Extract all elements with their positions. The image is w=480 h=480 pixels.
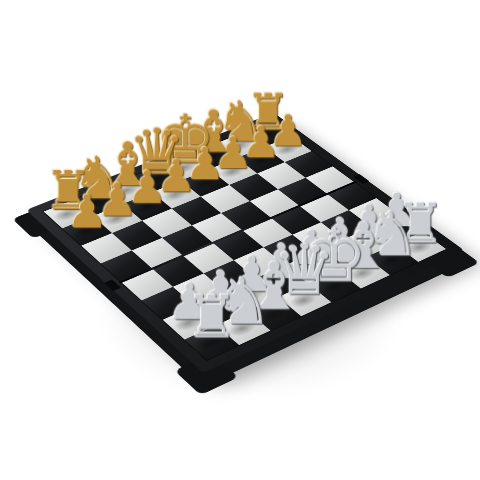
product-photo-stage: ♜♞♝♛♚♝♞♜♟♟♟♟♟♟♟♟♟♟♟♟♟♟♟♟♜♞♝♛♚♝♞♜	[0, 0, 480, 480]
piece-silver-rook-a1[interactable]: ♜	[177, 289, 247, 348]
square-b5[interactable]	[132, 238, 183, 269]
square-a5[interactable]	[101, 251, 152, 282]
piece-gold-pawn-a7[interactable]: ♟	[55, 188, 119, 234]
